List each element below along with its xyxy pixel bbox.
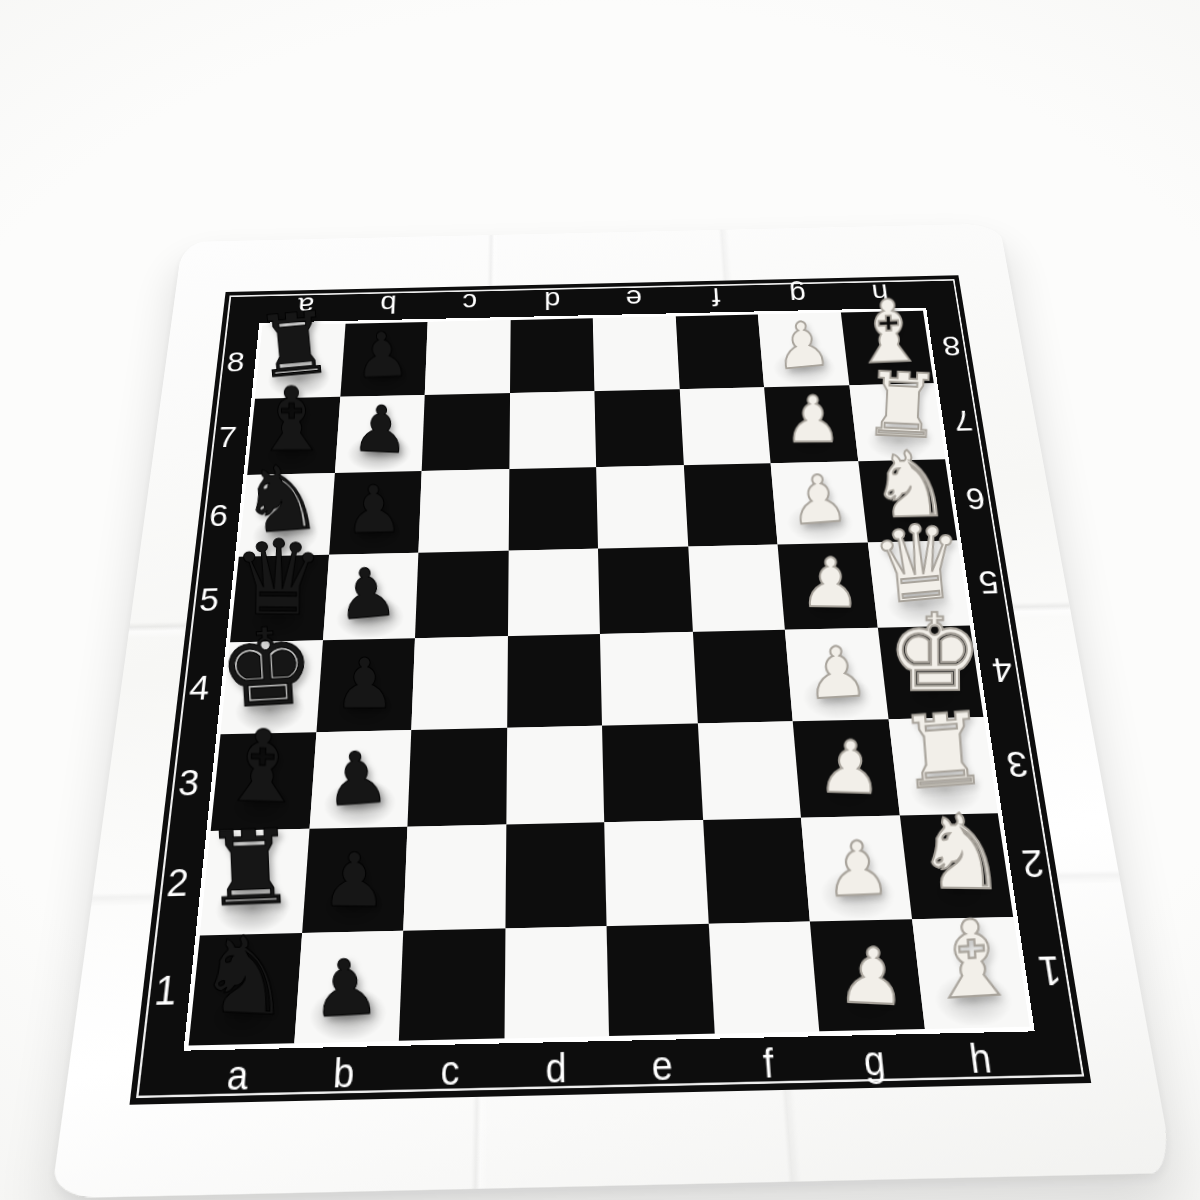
square-e1[interactable] (607, 923, 715, 1036)
black-pawn[interactable]: ♟ (303, 843, 405, 919)
black-pawn[interactable]: ♟ (317, 556, 415, 632)
black-pawn[interactable]: ♟ (328, 476, 419, 544)
file-label-bottom-e: e (609, 1039, 717, 1094)
chess-board: ♜♟♟♝♝♟♟♜♞♟♟♞♛♟♟♛♚♟♟♚♝♟♟♜♜♟♟♞♞♟♟♝ abcdefg… (129, 276, 1091, 1105)
square-f5[interactable] (688, 544, 785, 632)
square-e6[interactable] (596, 465, 688, 548)
square-g8[interactable]: ♟ (758, 313, 849, 387)
square-b3[interactable]: ♟ (309, 730, 411, 829)
square-d8[interactable] (510, 318, 595, 392)
square-b5[interactable]: ♟ (323, 552, 419, 640)
square-b6[interactable]: ♟ (329, 471, 422, 554)
square-f8[interactable] (675, 315, 764, 389)
square-g4[interactable]: ♟ (785, 628, 888, 721)
square-c4[interactable] (411, 636, 507, 729)
vinyl-chess-mat: ♜♟♟♝♝♟♟♜♞♟♟♞♛♟♟♛♚♟♟♚♝♟♟♜♜♟♟♞♞♟♟♝ abcdefg… (51, 224, 1174, 1199)
square-d6[interactable] (508, 467, 598, 550)
board-squares: ♜♟♟♝♝♟♟♜♞♟♟♞♛♟♟♛♚♟♟♚♝♟♟♜♜♟♟♞♞♟♟♝ (184, 308, 1035, 1051)
file-label-top-c: c (428, 286, 511, 319)
white-pawn[interactable]: ♟ (800, 730, 900, 805)
file-label-bottom-b: b (290, 1046, 399, 1101)
black-pawn[interactable]: ♟ (316, 649, 411, 719)
square-e3[interactable] (602, 723, 703, 822)
square-b8[interactable]: ♟ (340, 322, 428, 396)
square-b4[interactable]: ♟ (316, 638, 415, 731)
file-label-bottom-d: d (503, 1041, 610, 1096)
white-bishop[interactable]: ♝ (917, 904, 1028, 1016)
white-king[interactable]: ♚ (886, 599, 982, 706)
black-pawn[interactable]: ♟ (338, 322, 425, 387)
square-c1[interactable] (399, 928, 505, 1041)
square-d7[interactable] (509, 391, 596, 470)
white-pawn[interactable]: ♟ (818, 936, 926, 1018)
white-rook[interactable]: ♜ (891, 699, 996, 806)
square-c7[interactable] (422, 393, 510, 472)
square-f3[interactable] (697, 721, 801, 820)
white-pawn[interactable]: ♟ (772, 464, 866, 536)
file-label-top-d: d (510, 284, 592, 317)
white-pawn[interactable]: ♟ (806, 830, 910, 908)
file-label-bottom-c: c (397, 1044, 504, 1099)
white-pawn[interactable]: ♟ (758, 311, 848, 381)
square-g2[interactable]: ♟ (801, 816, 911, 921)
black-pawn[interactable]: ♟ (290, 948, 399, 1031)
product-photo-backdrop: ♜♟♟♝♝♟♟♜♞♟♟♞♛♟♟♛♚♟♟♚♝♟♟♜♜♟♟♞♞♟♟♝ abcdefg… (0, 0, 1200, 1200)
white-knight[interactable]: ♞ (910, 800, 1012, 904)
square-a1[interactable]: ♞ (189, 933, 302, 1046)
square-c5[interactable] (415, 550, 508, 638)
square-g6[interactable]: ♟ (771, 461, 868, 544)
black-rook[interactable]: ♜ (197, 815, 302, 922)
file-label-top-f: f (673, 280, 757, 313)
square-f2[interactable] (703, 818, 810, 924)
white-pawn[interactable]: ♟ (784, 549, 877, 618)
square-f4[interactable] (692, 630, 792, 723)
black-king[interactable]: ♚ (216, 611, 317, 723)
square-g5[interactable]: ♟ (778, 542, 878, 630)
square-g1[interactable]: ♟ (810, 919, 925, 1032)
square-d5[interactable] (507, 548, 599, 636)
square-e4[interactable] (600, 632, 697, 725)
square-c6[interactable] (418, 469, 508, 552)
file-label-bottom-g: g (820, 1034, 931, 1089)
black-pawn[interactable]: ♟ (335, 396, 425, 464)
square-g7[interactable]: ♟ (764, 385, 858, 463)
black-pawn[interactable]: ♟ (305, 739, 408, 818)
file-label-top-e: e (592, 282, 675, 315)
file-label-bottom-a: a (183, 1048, 294, 1103)
square-d3[interactable] (506, 725, 604, 824)
square-b2[interactable]: ♟ (302, 827, 408, 933)
square-c8[interactable] (425, 320, 510, 394)
square-c2[interactable] (403, 825, 506, 931)
file-label-bottom-f: f (714, 1036, 824, 1091)
file-label-bottom-h: h (925, 1032, 1038, 1087)
square-g3[interactable]: ♟ (793, 719, 900, 818)
white-pawn[interactable]: ♟ (769, 388, 856, 452)
black-knight[interactable]: ♞ (190, 921, 300, 1032)
file-label-top-b: b (345, 288, 429, 321)
square-f1[interactable] (708, 921, 819, 1034)
square-d1[interactable] (504, 926, 609, 1039)
black-bishop[interactable]: ♝ (212, 716, 313, 818)
square-f6[interactable] (683, 463, 777, 546)
white-pawn[interactable]: ♟ (788, 635, 887, 710)
square-d4[interactable] (507, 634, 602, 727)
square-e8[interactable] (593, 317, 679, 391)
square-f7[interactable] (679, 387, 770, 465)
square-d2[interactable] (505, 822, 607, 928)
square-h1[interactable]: ♝ (911, 917, 1029, 1030)
square-e7[interactable] (594, 389, 683, 467)
square-c3[interactable] (407, 728, 506, 827)
square-e5[interactable] (598, 546, 692, 634)
square-e2[interactable] (604, 820, 708, 926)
square-b1[interactable]: ♟ (294, 930, 404, 1043)
square-b7[interactable]: ♟ (334, 395, 424, 474)
